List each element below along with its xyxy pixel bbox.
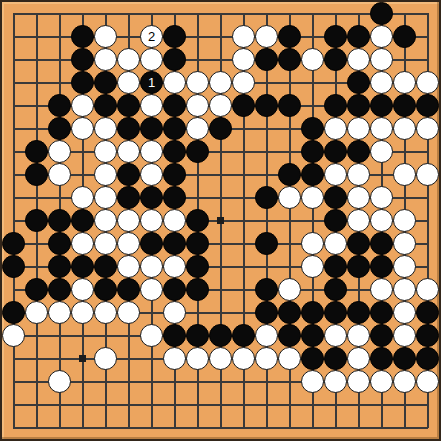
board-point[interactable] [393, 393, 416, 416]
board-point[interactable] [209, 163, 232, 186]
board-point[interactable] [393, 278, 416, 301]
board-point[interactable] [347, 393, 370, 416]
board-point[interactable] [163, 301, 186, 324]
board-point[interactable] [140, 232, 163, 255]
board-point[interactable] [163, 140, 186, 163]
board-point[interactable] [209, 209, 232, 232]
board-point[interactable] [186, 117, 209, 140]
board-point[interactable] [393, 186, 416, 209]
board-point[interactable] [2, 255, 25, 278]
board-point[interactable] [2, 25, 25, 48]
board-point[interactable] [393, 140, 416, 163]
board-point[interactable] [25, 255, 48, 278]
board-point[interactable] [25, 301, 48, 324]
board-point[interactable] [209, 48, 232, 71]
board-point[interactable] [71, 163, 94, 186]
board-point[interactable] [301, 393, 324, 416]
board-point[interactable] [324, 324, 347, 347]
board-point[interactable] [25, 324, 48, 347]
board-point[interactable] [416, 209, 439, 232]
board-point[interactable] [209, 2, 232, 25]
board-point[interactable] [71, 278, 94, 301]
board-point[interactable] [186, 393, 209, 416]
board-point[interactable] [48, 94, 71, 117]
board-point[interactable] [2, 278, 25, 301]
board-point[interactable] [209, 393, 232, 416]
board-point[interactable] [209, 416, 232, 439]
board-point[interactable] [301, 324, 324, 347]
board-point[interactable] [232, 140, 255, 163]
board-point[interactable] [25, 232, 48, 255]
board-point[interactable] [163, 393, 186, 416]
board-point[interactable] [393, 163, 416, 186]
board-point[interactable] [301, 370, 324, 393]
board-point[interactable] [186, 186, 209, 209]
board-point[interactable] [393, 209, 416, 232]
board-point[interactable] [94, 2, 117, 25]
board-point[interactable] [278, 94, 301, 117]
board-point[interactable] [324, 94, 347, 117]
board-point[interactable] [255, 232, 278, 255]
board-point[interactable] [301, 232, 324, 255]
board-point[interactable] [48, 117, 71, 140]
board-point[interactable] [324, 232, 347, 255]
board-point[interactable] [416, 163, 439, 186]
board-point[interactable] [94, 94, 117, 117]
board-point[interactable] [370, 393, 393, 416]
board-point[interactable] [324, 209, 347, 232]
board-point[interactable] [232, 255, 255, 278]
board-point[interactable] [71, 347, 94, 370]
board-point[interactable] [71, 140, 94, 163]
board-point[interactable] [94, 140, 117, 163]
board-point[interactable] [209, 25, 232, 48]
board-point[interactable] [94, 209, 117, 232]
board-point[interactable] [255, 140, 278, 163]
board-point[interactable] [347, 301, 370, 324]
board-point[interactable] [278, 347, 301, 370]
board-point[interactable] [140, 48, 163, 71]
board-point[interactable] [186, 232, 209, 255]
board-point[interactable] [347, 2, 370, 25]
board-point[interactable] [209, 278, 232, 301]
board-point[interactable] [71, 301, 94, 324]
board-point[interactable] [48, 370, 71, 393]
board-point[interactable] [232, 71, 255, 94]
board-point[interactable] [163, 94, 186, 117]
board-point[interactable] [278, 25, 301, 48]
board-point[interactable] [209, 94, 232, 117]
board-point[interactable] [2, 186, 25, 209]
board-point[interactable] [416, 301, 439, 324]
board-point[interactable] [48, 140, 71, 163]
board-point[interactable] [393, 324, 416, 347]
board-point[interactable] [71, 370, 94, 393]
board-point[interactable] [370, 71, 393, 94]
board-point[interactable] [140, 393, 163, 416]
board-point[interactable] [278, 370, 301, 393]
board-point[interactable] [393, 25, 416, 48]
board-point[interactable] [301, 25, 324, 48]
board-point[interactable] [94, 393, 117, 416]
board-point[interactable] [117, 347, 140, 370]
board-point[interactable] [163, 117, 186, 140]
board-point[interactable] [2, 117, 25, 140]
board-point[interactable] [94, 48, 117, 71]
board-point[interactable] [255, 94, 278, 117]
board-point[interactable] [140, 255, 163, 278]
board-point[interactable] [370, 347, 393, 370]
board-point[interactable] [163, 71, 186, 94]
board-point[interactable] [232, 278, 255, 301]
board-point[interactable] [209, 140, 232, 163]
board-point[interactable] [71, 117, 94, 140]
board-point[interactable] [94, 186, 117, 209]
board-point[interactable] [347, 255, 370, 278]
board-point[interactable] [71, 186, 94, 209]
board-point[interactable] [71, 232, 94, 255]
board-point[interactable] [117, 232, 140, 255]
board-point[interactable] [48, 25, 71, 48]
board-point[interactable] [140, 117, 163, 140]
board-point[interactable] [117, 393, 140, 416]
board-point[interactable] [301, 48, 324, 71]
board-point[interactable] [416, 232, 439, 255]
board-point[interactable] [2, 71, 25, 94]
board-point[interactable] [278, 140, 301, 163]
board-point[interactable] [347, 416, 370, 439]
board-point[interactable] [2, 209, 25, 232]
board-point[interactable] [278, 186, 301, 209]
board-point[interactable] [48, 2, 71, 25]
board-point[interactable] [324, 25, 347, 48]
board-point[interactable] [48, 71, 71, 94]
board-point[interactable] [140, 301, 163, 324]
board-point[interactable] [117, 140, 140, 163]
board-point[interactable] [416, 278, 439, 301]
board-point[interactable] [393, 255, 416, 278]
board-point[interactable] [324, 347, 347, 370]
board-point[interactable] [71, 2, 94, 25]
board-point[interactable] [370, 186, 393, 209]
board-point[interactable] [393, 71, 416, 94]
board-point[interactable] [232, 416, 255, 439]
board-point[interactable] [232, 347, 255, 370]
board-point[interactable] [370, 255, 393, 278]
board-point[interactable] [370, 324, 393, 347]
board-point[interactable] [232, 117, 255, 140]
board-point[interactable]: 1 [140, 71, 163, 94]
board-point[interactable] [117, 163, 140, 186]
board-point[interactable] [324, 48, 347, 71]
board-point[interactable] [255, 163, 278, 186]
board-point[interactable] [163, 163, 186, 186]
board-point[interactable] [48, 393, 71, 416]
board-point[interactable] [25, 117, 48, 140]
board-point[interactable] [186, 416, 209, 439]
board-point[interactable] [163, 186, 186, 209]
board-point[interactable] [232, 25, 255, 48]
board-point[interactable] [186, 209, 209, 232]
board-point[interactable] [117, 255, 140, 278]
board-point[interactable] [255, 301, 278, 324]
board-point[interactable] [416, 416, 439, 439]
board-point[interactable] [301, 301, 324, 324]
board-point[interactable] [255, 370, 278, 393]
board-point[interactable] [140, 140, 163, 163]
board-point[interactable] [186, 2, 209, 25]
board-point[interactable] [416, 2, 439, 25]
board-point[interactable] [393, 94, 416, 117]
board-point[interactable] [94, 71, 117, 94]
board-point[interactable] [71, 94, 94, 117]
board-point[interactable] [71, 255, 94, 278]
board-point[interactable] [2, 2, 25, 25]
board-point[interactable] [48, 48, 71, 71]
board-point[interactable] [393, 48, 416, 71]
board-point[interactable] [163, 25, 186, 48]
board-point[interactable] [117, 209, 140, 232]
board-point[interactable] [347, 370, 370, 393]
board-point[interactable] [232, 94, 255, 117]
board-point[interactable] [117, 2, 140, 25]
board-point[interactable] [370, 301, 393, 324]
board-point[interactable] [347, 94, 370, 117]
board-point[interactable] [393, 416, 416, 439]
board-point[interactable] [370, 48, 393, 71]
board-point[interactable] [186, 163, 209, 186]
board-point[interactable] [416, 48, 439, 71]
board-point[interactable] [186, 324, 209, 347]
board-point[interactable] [25, 370, 48, 393]
board-point[interactable] [117, 25, 140, 48]
board-point[interactable] [94, 370, 117, 393]
board-point[interactable] [117, 278, 140, 301]
board-point[interactable] [370, 209, 393, 232]
board-point[interactable] [163, 209, 186, 232]
board-point[interactable] [186, 347, 209, 370]
board-point[interactable] [2, 48, 25, 71]
board-point[interactable] [186, 301, 209, 324]
board-point[interactable] [324, 301, 347, 324]
board-point[interactable] [2, 163, 25, 186]
board-point[interactable] [347, 278, 370, 301]
board-point[interactable] [347, 117, 370, 140]
board-point[interactable] [370, 278, 393, 301]
board-point[interactable] [393, 370, 416, 393]
board-point[interactable] [255, 25, 278, 48]
board-point[interactable] [186, 140, 209, 163]
board-point[interactable] [117, 48, 140, 71]
board-point[interactable] [209, 324, 232, 347]
board-point[interactable] [117, 416, 140, 439]
board-point[interactable] [416, 140, 439, 163]
board-point[interactable] [278, 2, 301, 25]
board-point[interactable] [94, 117, 117, 140]
board-point[interactable] [255, 186, 278, 209]
board-point[interactable] [301, 2, 324, 25]
board-point[interactable] [163, 278, 186, 301]
board-point[interactable] [140, 163, 163, 186]
board-point[interactable] [140, 278, 163, 301]
board-point[interactable] [48, 324, 71, 347]
board-point[interactable] [416, 94, 439, 117]
board-point[interactable] [416, 393, 439, 416]
board-point[interactable] [71, 25, 94, 48]
board-point[interactable] [278, 278, 301, 301]
board-point[interactable] [71, 324, 94, 347]
board-point[interactable] [347, 25, 370, 48]
board-point[interactable] [163, 347, 186, 370]
board-point[interactable] [140, 347, 163, 370]
board-point[interactable] [25, 347, 48, 370]
board-point[interactable] [2, 370, 25, 393]
board-point[interactable] [163, 48, 186, 71]
board-point[interactable] [25, 2, 48, 25]
board-point[interactable] [71, 48, 94, 71]
board-point[interactable] [94, 278, 117, 301]
board-point[interactable] [117, 370, 140, 393]
board-point[interactable] [71, 393, 94, 416]
board-point[interactable] [393, 232, 416, 255]
board-point[interactable] [209, 347, 232, 370]
board-point[interactable] [370, 416, 393, 439]
board-point[interactable] [255, 71, 278, 94]
board-point[interactable] [416, 117, 439, 140]
board-point[interactable] [2, 232, 25, 255]
board-point[interactable] [25, 278, 48, 301]
board-point[interactable] [301, 71, 324, 94]
board-point[interactable] [232, 370, 255, 393]
board-point[interactable] [324, 370, 347, 393]
board-point[interactable] [71, 209, 94, 232]
board-point[interactable] [232, 2, 255, 25]
board-point[interactable] [301, 347, 324, 370]
board-point[interactable] [324, 2, 347, 25]
board-point[interactable] [232, 163, 255, 186]
board-point[interactable] [278, 117, 301, 140]
board-point[interactable] [301, 416, 324, 439]
board-point[interactable] [186, 48, 209, 71]
board-point[interactable] [140, 370, 163, 393]
board-point[interactable] [370, 94, 393, 117]
board-point[interactable] [48, 347, 71, 370]
board-point[interactable] [94, 25, 117, 48]
board-point[interactable] [255, 393, 278, 416]
board-point[interactable] [301, 140, 324, 163]
board-point[interactable] [48, 278, 71, 301]
board-point[interactable] [2, 324, 25, 347]
board-point[interactable] [324, 278, 347, 301]
board-point[interactable] [347, 140, 370, 163]
board-point[interactable] [370, 232, 393, 255]
board-point[interactable] [324, 71, 347, 94]
board-point[interactable] [117, 94, 140, 117]
board-point[interactable] [324, 117, 347, 140]
board-point[interactable] [163, 370, 186, 393]
board-point[interactable] [347, 48, 370, 71]
board-point[interactable] [393, 2, 416, 25]
board-point[interactable] [416, 255, 439, 278]
board-point[interactable] [347, 347, 370, 370]
board-point[interactable] [370, 370, 393, 393]
board-point[interactable] [347, 186, 370, 209]
board-point[interactable] [48, 255, 71, 278]
board-point[interactable] [25, 393, 48, 416]
board-point[interactable] [186, 94, 209, 117]
board-point[interactable] [255, 324, 278, 347]
board-point[interactable] [48, 163, 71, 186]
board-point[interactable] [140, 416, 163, 439]
board-point[interactable] [94, 163, 117, 186]
board-point[interactable] [71, 416, 94, 439]
board-point[interactable] [416, 186, 439, 209]
board-point[interactable] [140, 2, 163, 25]
board-point[interactable] [347, 324, 370, 347]
board-point[interactable] [255, 255, 278, 278]
board-point[interactable] [301, 163, 324, 186]
board-point[interactable] [232, 48, 255, 71]
board-point[interactable] [2, 94, 25, 117]
board-point[interactable] [25, 416, 48, 439]
board-point[interactable] [232, 186, 255, 209]
board-point[interactable] [71, 71, 94, 94]
board-point[interactable] [117, 301, 140, 324]
board-point[interactable] [301, 117, 324, 140]
board-point[interactable] [25, 163, 48, 186]
board-point[interactable] [324, 255, 347, 278]
board-point[interactable] [278, 48, 301, 71]
board-point[interactable] [140, 94, 163, 117]
board-point[interactable] [393, 301, 416, 324]
board-point[interactable] [94, 301, 117, 324]
board-point[interactable] [278, 71, 301, 94]
board-point[interactable] [301, 94, 324, 117]
board-point[interactable] [347, 163, 370, 186]
board-point[interactable] [278, 416, 301, 439]
board-point[interactable] [117, 117, 140, 140]
board-point[interactable] [255, 2, 278, 25]
board-point[interactable] [416, 347, 439, 370]
board-point[interactable] [301, 209, 324, 232]
board-point[interactable] [48, 209, 71, 232]
board-point[interactable] [324, 140, 347, 163]
board-point[interactable] [324, 163, 347, 186]
board-point[interactable] [278, 324, 301, 347]
board-point[interactable] [278, 163, 301, 186]
board-point[interactable] [163, 416, 186, 439]
board-point[interactable] [25, 140, 48, 163]
board-point[interactable] [209, 71, 232, 94]
board-point[interactable] [255, 278, 278, 301]
board-point[interactable] [416, 71, 439, 94]
board-point[interactable] [301, 278, 324, 301]
board-point[interactable] [232, 301, 255, 324]
board-point[interactable] [232, 324, 255, 347]
board-point[interactable] [2, 140, 25, 163]
board-point[interactable] [232, 232, 255, 255]
board-point[interactable] [140, 324, 163, 347]
board-point[interactable] [278, 209, 301, 232]
board-point[interactable] [416, 324, 439, 347]
board-point[interactable] [255, 117, 278, 140]
board-point[interactable] [393, 117, 416, 140]
board-point[interactable] [2, 301, 25, 324]
board-point[interactable] [186, 370, 209, 393]
board-point[interactable] [163, 324, 186, 347]
board-point[interactable] [186, 255, 209, 278]
board-point[interactable] [2, 416, 25, 439]
